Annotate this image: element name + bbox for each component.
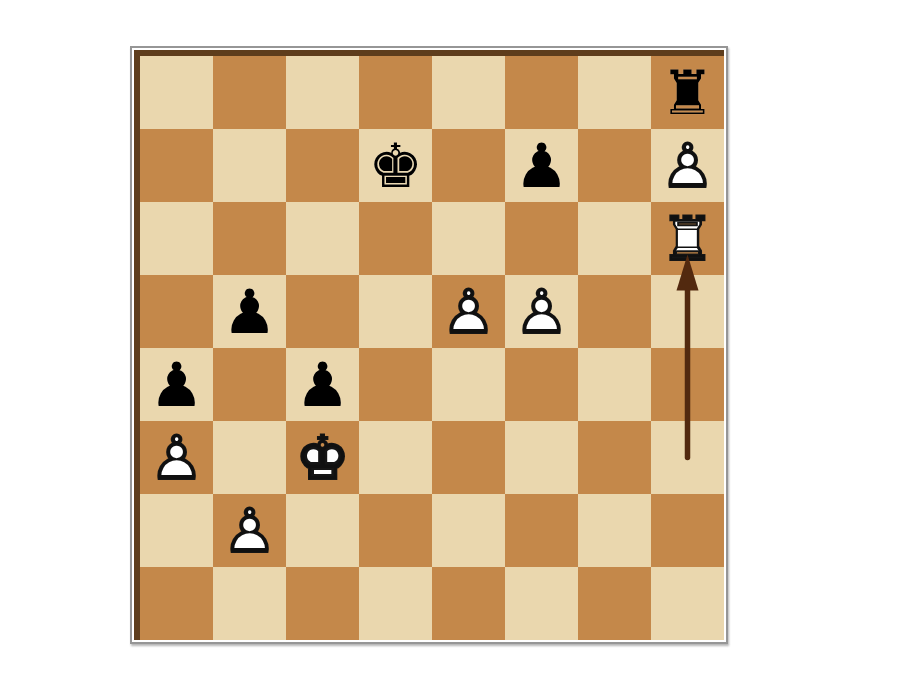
square-a4[interactable]: ♟	[140, 348, 213, 421]
square-a5[interactable]	[140, 275, 213, 348]
square-f5[interactable]: ♟♙	[505, 275, 578, 348]
square-f8[interactable]	[505, 56, 578, 129]
square-b2[interactable]: ♟♙	[213, 494, 286, 567]
page-background: ♜♚♟♟♙♜♖♟♟♙♟♙♟♟♟♙♚♔♟♙	[0, 0, 900, 685]
square-c1[interactable]	[286, 567, 359, 640]
white-pawn[interactable]: ♟♙	[432, 275, 505, 348]
square-c3[interactable]: ♚♔	[286, 421, 359, 494]
square-f4[interactable]	[505, 348, 578, 421]
square-b6[interactable]	[213, 202, 286, 275]
black-pawn[interactable]: ♟	[140, 348, 213, 421]
square-d6[interactable]	[359, 202, 432, 275]
square-c7[interactable]	[286, 129, 359, 202]
square-e6[interactable]	[432, 202, 505, 275]
square-f2[interactable]	[505, 494, 578, 567]
square-g6[interactable]	[578, 202, 651, 275]
square-g2[interactable]	[578, 494, 651, 567]
chessboard[interactable]: ♜♚♟♟♙♜♖♟♟♙♟♙♟♟♟♙♚♔♟♙	[140, 56, 724, 640]
square-e4[interactable]	[432, 348, 505, 421]
square-g7[interactable]	[578, 129, 651, 202]
white-king[interactable]: ♚♔	[286, 421, 359, 494]
pawn-outline-glyph: ♙	[505, 275, 578, 348]
square-d4[interactable]	[359, 348, 432, 421]
king-outline-glyph: ♔	[286, 421, 359, 494]
rook-outline-glyph: ♖	[651, 202, 724, 275]
black-king[interactable]: ♚	[359, 129, 432, 202]
square-g3[interactable]	[578, 421, 651, 494]
square-c8[interactable]	[286, 56, 359, 129]
pawn-outline-glyph: ♙	[213, 494, 286, 567]
black-pawn[interactable]: ♟	[505, 129, 578, 202]
square-a6[interactable]	[140, 202, 213, 275]
square-h3[interactable]	[651, 421, 724, 494]
square-d3[interactable]	[359, 421, 432, 494]
square-d5[interactable]	[359, 275, 432, 348]
square-g5[interactable]	[578, 275, 651, 348]
white-pawn[interactable]: ♟♙	[213, 494, 286, 567]
square-b4[interactable]	[213, 348, 286, 421]
square-a1[interactable]	[140, 567, 213, 640]
square-g1[interactable]	[578, 567, 651, 640]
black-pawn[interactable]: ♟	[213, 275, 286, 348]
square-a3[interactable]: ♟♙	[140, 421, 213, 494]
square-h5[interactable]	[651, 275, 724, 348]
black-pawn[interactable]: ♟	[286, 348, 359, 421]
square-a7[interactable]	[140, 129, 213, 202]
square-a8[interactable]	[140, 56, 213, 129]
square-d7[interactable]: ♚	[359, 129, 432, 202]
chessboard-edge: ♜♚♟♟♙♜♖♟♟♙♟♙♟♟♟♙♚♔♟♙	[134, 50, 724, 640]
pawn-outline-glyph: ♙	[140, 421, 213, 494]
white-pawn[interactable]: ♟♙	[505, 275, 578, 348]
square-c4[interactable]: ♟	[286, 348, 359, 421]
square-e5[interactable]: ♟♙	[432, 275, 505, 348]
square-h6[interactable]: ♜♖	[651, 202, 724, 275]
square-e3[interactable]	[432, 421, 505, 494]
square-e1[interactable]	[432, 567, 505, 640]
square-e8[interactable]	[432, 56, 505, 129]
square-h1[interactable]	[651, 567, 724, 640]
pawn-outline-glyph: ♙	[651, 129, 724, 202]
square-a2[interactable]	[140, 494, 213, 567]
square-b1[interactable]	[213, 567, 286, 640]
white-pawn[interactable]: ♟♙	[140, 421, 213, 494]
square-c6[interactable]	[286, 202, 359, 275]
white-rook[interactable]: ♜♖	[651, 202, 724, 275]
white-pawn[interactable]: ♟♙	[651, 129, 724, 202]
square-f7[interactable]: ♟	[505, 129, 578, 202]
square-b7[interactable]	[213, 129, 286, 202]
square-g4[interactable]	[578, 348, 651, 421]
black-rook[interactable]: ♜	[651, 56, 724, 129]
square-d8[interactable]	[359, 56, 432, 129]
square-e7[interactable]	[432, 129, 505, 202]
square-d1[interactable]	[359, 567, 432, 640]
square-f6[interactable]	[505, 202, 578, 275]
square-b8[interactable]	[213, 56, 286, 129]
square-f1[interactable]	[505, 567, 578, 640]
square-c5[interactable]	[286, 275, 359, 348]
square-c2[interactable]	[286, 494, 359, 567]
square-b5[interactable]: ♟	[213, 275, 286, 348]
square-h8[interactable]: ♜	[651, 56, 724, 129]
square-f3[interactable]	[505, 421, 578, 494]
square-e2[interactable]	[432, 494, 505, 567]
chessboard-frame: ♜♚♟♟♙♜♖♟♟♙♟♙♟♟♟♙♚♔♟♙	[130, 46, 728, 644]
square-h2[interactable]	[651, 494, 724, 567]
square-h7[interactable]: ♟♙	[651, 129, 724, 202]
pawn-outline-glyph: ♙	[432, 275, 505, 348]
square-d2[interactable]	[359, 494, 432, 567]
square-h4[interactable]	[651, 348, 724, 421]
square-b3[interactable]	[213, 421, 286, 494]
square-g8[interactable]	[578, 56, 651, 129]
